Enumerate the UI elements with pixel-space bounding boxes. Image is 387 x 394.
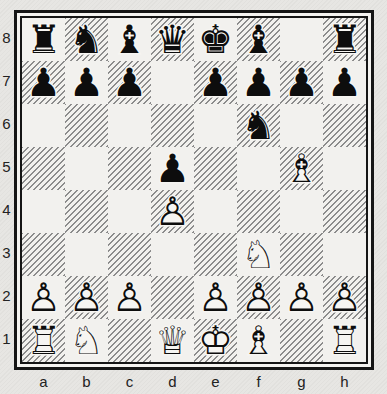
rank-label-5: 5 <box>0 147 13 190</box>
piece-white-bishop-g5: ♝♗ <box>280 147 323 190</box>
piece-glyph: ♕ <box>155 321 190 360</box>
square-a3 <box>22 233 65 276</box>
file-label-f: f <box>237 371 280 393</box>
square-d1: ♛♕ <box>151 319 194 362</box>
square-g1 <box>280 319 323 362</box>
square-f7: ♟♟ <box>237 61 280 104</box>
square-h4 <box>323 190 366 233</box>
rank-label-8: 8 <box>0 18 13 61</box>
square-h5 <box>323 147 366 190</box>
piece-glyph: ♞ <box>69 20 104 59</box>
piece-glyph: ♟ <box>327 63 362 102</box>
piece-glyph: ♟ <box>112 63 147 102</box>
piece-glyph: ♖ <box>327 321 362 360</box>
piece-black-pawn-d5: ♟♟ <box>151 147 194 190</box>
square-a7: ♟♟ <box>22 61 65 104</box>
file-label-b: b <box>65 371 108 393</box>
piece-black-rook-a8: ♜♜ <box>22 18 65 61</box>
square-c5 <box>108 147 151 190</box>
piece-glyph: ♞ <box>241 106 276 145</box>
square-b2: ♟♙ <box>65 276 108 319</box>
piece-glyph: ♙ <box>26 278 61 317</box>
square-f4 <box>237 190 280 233</box>
chess-diagram: 87654321 ♜♜♞♞♝♝♛♛♚♚♝♝♜♜♟♟♟♟♟♟♟♟♟♟♟♟♟♟♞♞♟… <box>0 0 387 394</box>
square-c8: ♝♝ <box>108 18 151 61</box>
square-a1: ♜♖ <box>22 319 65 362</box>
square-c4 <box>108 190 151 233</box>
file-label-d: d <box>151 371 194 393</box>
piece-glyph: ♖ <box>26 321 61 360</box>
square-d2 <box>151 276 194 319</box>
piece-white-pawn-a2: ♟♙ <box>22 276 65 319</box>
piece-white-pawn-b2: ♟♙ <box>65 276 108 319</box>
square-d3 <box>151 233 194 276</box>
square-h6 <box>323 104 366 147</box>
piece-glyph: ♙ <box>112 278 147 317</box>
rank-label-1: 1 <box>0 319 13 362</box>
square-e2: ♟♙ <box>194 276 237 319</box>
square-h1: ♜♖ <box>323 319 366 362</box>
square-d7 <box>151 61 194 104</box>
file-label-e: e <box>194 371 237 393</box>
chess-board-frame: ♜♜♞♞♝♝♛♛♚♚♝♝♜♜♟♟♟♟♟♟♟♟♟♟♟♟♟♟♞♞♟♟♝♗♟♙♞♘♟♙… <box>14 10 374 370</box>
piece-glyph: ♔ <box>198 321 233 360</box>
piece-black-knight-b8: ♞♞ <box>65 18 108 61</box>
piece-white-rook-a1: ♜♖ <box>22 319 65 362</box>
square-c2: ♟♙ <box>108 276 151 319</box>
piece-black-bishop-f8: ♝♝ <box>237 18 280 61</box>
square-a4 <box>22 190 65 233</box>
square-e4 <box>194 190 237 233</box>
piece-glyph: ♜ <box>26 20 61 59</box>
square-c6 <box>108 104 151 147</box>
square-b8: ♞♞ <box>65 18 108 61</box>
piece-glyph: ♘ <box>69 321 104 360</box>
rank-label-6: 6 <box>0 104 13 147</box>
square-c7: ♟♟ <box>108 61 151 104</box>
square-b3 <box>65 233 108 276</box>
square-b1: ♞♘ <box>65 319 108 362</box>
piece-black-pawn-c7: ♟♟ <box>108 61 151 104</box>
square-b7: ♟♟ <box>65 61 108 104</box>
piece-glyph: ♙ <box>241 278 276 317</box>
piece-white-bishop-f1: ♝♗ <box>237 319 280 362</box>
piece-glyph: ♙ <box>155 192 190 231</box>
chess-board-grid: ♜♜♞♞♝♝♛♛♚♚♝♝♜♜♟♟♟♟♟♟♟♟♟♟♟♟♟♟♞♞♟♟♝♗♟♙♞♘♟♙… <box>22 18 366 362</box>
piece-black-rook-h8: ♜♜ <box>323 18 366 61</box>
rank-label-3: 3 <box>0 233 13 276</box>
square-g7: ♟♟ <box>280 61 323 104</box>
piece-black-pawn-b7: ♟♟ <box>65 61 108 104</box>
square-e3 <box>194 233 237 276</box>
piece-glyph: ♜ <box>327 20 362 59</box>
square-c3 <box>108 233 151 276</box>
piece-glyph: ♙ <box>284 278 319 317</box>
piece-glyph: ♝ <box>112 20 147 59</box>
rank-label-4: 4 <box>0 190 13 233</box>
file-label-c: c <box>108 371 151 393</box>
square-g2: ♟♙ <box>280 276 323 319</box>
piece-glyph: ♟ <box>69 63 104 102</box>
piece-glyph: ♝ <box>241 20 276 59</box>
square-f2: ♟♙ <box>237 276 280 319</box>
piece-white-pawn-d4: ♟♙ <box>151 190 194 233</box>
square-f6: ♞♞ <box>237 104 280 147</box>
piece-glyph: ♟ <box>26 63 61 102</box>
piece-black-pawn-f7: ♟♟ <box>237 61 280 104</box>
piece-black-pawn-e7: ♟♟ <box>194 61 237 104</box>
square-f8: ♝♝ <box>237 18 280 61</box>
square-d4: ♟♙ <box>151 190 194 233</box>
piece-glyph: ♛ <box>155 20 190 59</box>
square-e1: ♚♔ <box>194 319 237 362</box>
piece-white-knight-f3: ♞♘ <box>237 233 280 276</box>
piece-white-queen-d1: ♛♕ <box>151 319 194 362</box>
file-label-g: g <box>280 371 323 393</box>
piece-white-pawn-f2: ♟♙ <box>237 276 280 319</box>
square-f3: ♞♘ <box>237 233 280 276</box>
square-g4 <box>280 190 323 233</box>
piece-white-rook-h1: ♜♖ <box>323 319 366 362</box>
square-b6 <box>65 104 108 147</box>
square-e5 <box>194 147 237 190</box>
piece-black-pawn-h7: ♟♟ <box>323 61 366 104</box>
piece-black-pawn-a7: ♟♟ <box>22 61 65 104</box>
square-f1: ♝♗ <box>237 319 280 362</box>
file-label-h: h <box>323 371 366 393</box>
square-g8 <box>280 18 323 61</box>
piece-glyph: ♙ <box>69 278 104 317</box>
square-e6 <box>194 104 237 147</box>
square-g5: ♝♗ <box>280 147 323 190</box>
piece-glyph: ♚ <box>198 20 233 59</box>
piece-glyph: ♘ <box>241 235 276 274</box>
piece-white-king-e1: ♚♔ <box>194 319 237 362</box>
piece-white-pawn-e2: ♟♙ <box>194 276 237 319</box>
piece-glyph: ♙ <box>198 278 233 317</box>
square-h8: ♜♜ <box>323 18 366 61</box>
piece-glyph: ♙ <box>327 278 362 317</box>
square-e8: ♚♚ <box>194 18 237 61</box>
piece-white-pawn-h2: ♟♙ <box>323 276 366 319</box>
piece-black-king-e8: ♚♚ <box>194 18 237 61</box>
piece-white-pawn-c2: ♟♙ <box>108 276 151 319</box>
piece-black-knight-f6: ♞♞ <box>237 104 280 147</box>
square-d8: ♛♛ <box>151 18 194 61</box>
square-d6 <box>151 104 194 147</box>
square-h3 <box>323 233 366 276</box>
square-h7: ♟♟ <box>323 61 366 104</box>
square-a2: ♟♙ <box>22 276 65 319</box>
piece-glyph: ♟ <box>155 149 190 188</box>
piece-glyph: ♗ <box>241 321 276 360</box>
piece-glyph: ♗ <box>284 149 319 188</box>
square-h2: ♟♙ <box>323 276 366 319</box>
rank-label-7: 7 <box>0 61 13 104</box>
rank-label-2: 2 <box>0 276 13 319</box>
square-e7: ♟♟ <box>194 61 237 104</box>
square-g3 <box>280 233 323 276</box>
square-b5 <box>65 147 108 190</box>
piece-white-knight-b1: ♞♘ <box>65 319 108 362</box>
piece-white-pawn-g2: ♟♙ <box>280 276 323 319</box>
piece-glyph: ♟ <box>198 63 233 102</box>
piece-black-bishop-c8: ♝♝ <box>108 18 151 61</box>
piece-glyph: ♟ <box>284 63 319 102</box>
square-a8: ♜♜ <box>22 18 65 61</box>
square-a6 <box>22 104 65 147</box>
square-f5 <box>237 147 280 190</box>
file-label-a: a <box>22 371 65 393</box>
piece-black-pawn-g7: ♟♟ <box>280 61 323 104</box>
square-b4 <box>65 190 108 233</box>
piece-glyph: ♟ <box>241 63 276 102</box>
square-a5 <box>22 147 65 190</box>
square-c1 <box>108 319 151 362</box>
chess-board: ♜♜♞♞♝♝♛♛♚♚♝♝♜♜♟♟♟♟♟♟♟♟♟♟♟♟♟♟♞♞♟♟♝♗♟♙♞♘♟♙… <box>20 16 368 364</box>
piece-black-queen-d8: ♛♛ <box>151 18 194 61</box>
square-g6 <box>280 104 323 147</box>
square-d5: ♟♟ <box>151 147 194 190</box>
